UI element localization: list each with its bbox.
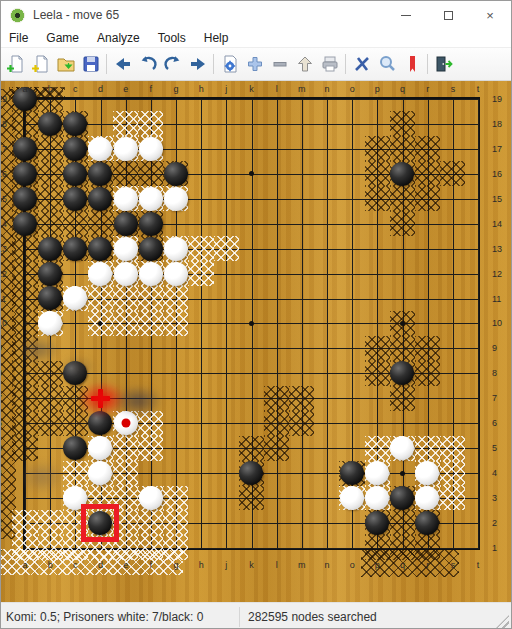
open-game-button[interactable] — [53, 51, 78, 77]
board-cell-n10[interactable] — [314, 311, 339, 336]
menu-file[interactable]: File — [1, 31, 37, 45]
board-cell-j9[interactable] — [214, 336, 239, 361]
board-cell-f17[interactable] — [138, 136, 163, 161]
board-cell-h1[interactable] — [188, 535, 213, 560]
board-cell-l3[interactable] — [264, 486, 289, 511]
board-cell-q5[interactable] — [390, 436, 415, 461]
board-cell-c13[interactable] — [63, 236, 88, 261]
board-cell-h17[interactable] — [188, 136, 213, 161]
board-cell-g5[interactable] — [163, 436, 188, 461]
board-cell-g10[interactable] — [163, 311, 188, 336]
board-cell-a16[interactable] — [12, 161, 37, 186]
board-cell-b15[interactable] — [38, 186, 63, 211]
board-cell-l11[interactable] — [264, 286, 289, 311]
menu-game[interactable]: Game — [37, 31, 88, 45]
board-cell-o8[interactable] — [339, 361, 364, 386]
board-cell-p5[interactable] — [365, 436, 390, 461]
board-cell-r2[interactable] — [415, 510, 440, 535]
board-cell-k2[interactable] — [239, 510, 264, 535]
board-cell-q2[interactable] — [390, 510, 415, 535]
board-cell-a11[interactable] — [12, 286, 37, 311]
board-cell-j11[interactable] — [214, 286, 239, 311]
board-cell-e18[interactable] — [113, 111, 138, 136]
board-cell-q18[interactable] — [390, 111, 415, 136]
board-cell-s17[interactable] — [440, 136, 465, 161]
board-cell-n12[interactable] — [314, 261, 339, 286]
board-cell-s18[interactable] — [440, 111, 465, 136]
board-cell-c10[interactable] — [63, 311, 88, 336]
board-cell-r10[interactable] — [415, 311, 440, 336]
board-cell-m6[interactable] — [289, 411, 314, 436]
board-cell-b16[interactable] — [38, 161, 63, 186]
board-cell-r15[interactable] — [415, 186, 440, 211]
board-cell-a17[interactable] — [12, 136, 37, 161]
board-cell-s5[interactable] — [440, 436, 465, 461]
decrease-button[interactable] — [267, 51, 292, 77]
board-cell-g11[interactable] — [163, 286, 188, 311]
board-cell-r13[interactable] — [415, 236, 440, 261]
board-cell-s1[interactable] — [440, 535, 465, 560]
board-cell-o16[interactable] — [339, 161, 364, 186]
board-cell-c18[interactable] — [63, 111, 88, 136]
board-cell-t4[interactable] — [465, 461, 490, 486]
board-cell-j16[interactable] — [214, 161, 239, 186]
board-cell-e17[interactable] — [113, 136, 138, 161]
board-cell-a12[interactable] — [12, 261, 37, 286]
board-cell-d5[interactable] — [88, 436, 113, 461]
board-cell-p6[interactable] — [365, 411, 390, 436]
board-cell-m14[interactable] — [289, 211, 314, 236]
board-cell-t16[interactable] — [465, 161, 490, 186]
board-cell-n17[interactable] — [314, 136, 339, 161]
board-cell-s4[interactable] — [440, 461, 465, 486]
board-cell-g13[interactable] — [163, 236, 188, 261]
board-cell-q11[interactable] — [390, 286, 415, 311]
board-cell-o3[interactable] — [339, 486, 364, 511]
board-cell-n14[interactable] — [314, 211, 339, 236]
board-cell-h16[interactable] — [188, 161, 213, 186]
board-cell-n4[interactable] — [314, 461, 339, 486]
board-cell-g2[interactable] — [163, 510, 188, 535]
go-to-end-button[interactable] — [185, 51, 210, 77]
board-cell-s11[interactable] — [440, 286, 465, 311]
board-cell-l12[interactable] — [264, 261, 289, 286]
board-cell-h18[interactable] — [188, 111, 213, 136]
board-cell-j17[interactable] — [214, 136, 239, 161]
board-cell-k5[interactable] — [239, 436, 264, 461]
board-cell-s3[interactable] — [440, 486, 465, 511]
board-cell-t17[interactable] — [465, 136, 490, 161]
board-cell-m1[interactable] — [289, 535, 314, 560]
board-cell-g9[interactable] — [163, 336, 188, 361]
board-cell-o6[interactable] — [339, 411, 364, 436]
board-cell-j7[interactable] — [214, 386, 239, 411]
board-cell-b6[interactable] — [38, 411, 63, 436]
analyze-button[interactable] — [217, 51, 242, 77]
board-cell-h15[interactable] — [188, 186, 213, 211]
board-cell-q8[interactable] — [390, 361, 415, 386]
board-cell-d16[interactable] — [88, 161, 113, 186]
board-cell-h4[interactable] — [188, 461, 213, 486]
board-cell-f11[interactable] — [138, 286, 163, 311]
board-cell-b12[interactable] — [38, 261, 63, 286]
board-cell-f16[interactable] — [138, 161, 163, 186]
board-cell-k17[interactable] — [239, 136, 264, 161]
board-cell-e13[interactable] — [113, 236, 138, 261]
board-cell-q7[interactable] — [390, 386, 415, 411]
board-cell-c12[interactable] — [63, 261, 88, 286]
board-cell-r14[interactable] — [415, 211, 440, 236]
board-cell-d15[interactable] — [88, 186, 113, 211]
board-cell-m12[interactable] — [289, 261, 314, 286]
board-cell-h14[interactable] — [188, 211, 213, 236]
board-cell-k11[interactable] — [239, 286, 264, 311]
board-cell-a13[interactable] — [12, 236, 37, 261]
board-cell-j14[interactable] — [214, 211, 239, 236]
board-cell-t14[interactable] — [465, 211, 490, 236]
board-cell-m5[interactable] — [289, 436, 314, 461]
board-cell-e16[interactable] — [113, 161, 138, 186]
menu-help[interactable]: Help — [195, 31, 238, 45]
board-cell-d17[interactable] — [88, 136, 113, 161]
board-cell-g8[interactable] — [163, 361, 188, 386]
board-cell-f14[interactable] — [138, 211, 163, 236]
board-cell-t7[interactable] — [465, 386, 490, 411]
board-cell-h7[interactable] — [188, 386, 213, 411]
board-cell-j4[interactable] — [214, 461, 239, 486]
board-cell-h5[interactable] — [188, 436, 213, 461]
board-cell-e5[interactable] — [113, 436, 138, 461]
board-cell-p9[interactable] — [365, 336, 390, 361]
board-cell-o13[interactable] — [339, 236, 364, 261]
board-cell-s15[interactable] — [440, 186, 465, 211]
board-cell-d13[interactable] — [88, 236, 113, 261]
board-cell-j3[interactable] — [214, 486, 239, 511]
board-cell-p4[interactable] — [365, 461, 390, 486]
board-cell-j15[interactable] — [214, 186, 239, 211]
board-cell-f9[interactable] — [138, 336, 163, 361]
board-cell-r17[interactable] — [415, 136, 440, 161]
board-cell-p18[interactable] — [365, 111, 390, 136]
board-cell-n9[interactable] — [314, 336, 339, 361]
board-cell-s9[interactable] — [440, 336, 465, 361]
board-cell-q10[interactable] — [390, 311, 415, 336]
board-cell-c16[interactable] — [63, 161, 88, 186]
board-cell-c11[interactable] — [63, 286, 88, 311]
board-cell-p16[interactable] — [365, 161, 390, 186]
board-cell-m10[interactable] — [289, 311, 314, 336]
board-cell-p12[interactable] — [365, 261, 390, 286]
board-cell-k13[interactable] — [239, 236, 264, 261]
board-cell-n13[interactable] — [314, 236, 339, 261]
board-cell-j8[interactable] — [214, 361, 239, 386]
board-cell-s2[interactable] — [440, 510, 465, 535]
board-cell-p11[interactable] — [365, 286, 390, 311]
board-cell-k8[interactable] — [239, 361, 264, 386]
board-cell-n5[interactable] — [314, 436, 339, 461]
board-cell-l7[interactable] — [264, 386, 289, 411]
board-cell-t10[interactable] — [465, 311, 490, 336]
board-cell-d12[interactable] — [88, 261, 113, 286]
board-cell-h6[interactable] — [188, 411, 213, 436]
board-cell-o4[interactable] — [339, 461, 364, 486]
board-cell-p3[interactable] — [365, 486, 390, 511]
board-cell-d18[interactable] — [88, 111, 113, 136]
board-cell-j12[interactable] — [214, 261, 239, 286]
board-cell-l10[interactable] — [264, 311, 289, 336]
minimize-button[interactable] — [385, 1, 427, 29]
board-cell-o10[interactable] — [339, 311, 364, 336]
board-cell-l6[interactable] — [264, 411, 289, 436]
new-rated-game-button[interactable] — [28, 51, 53, 77]
board-cell-f1[interactable] — [138, 535, 163, 560]
board-cell-m3[interactable] — [289, 486, 314, 511]
board-cell-q15[interactable] — [390, 186, 415, 211]
board-cell-o9[interactable] — [339, 336, 364, 361]
board-cell-f4[interactable] — [138, 461, 163, 486]
board-cell-l5[interactable] — [264, 436, 289, 461]
board-cell-t13[interactable] — [465, 236, 490, 261]
board-cell-l2[interactable] — [264, 510, 289, 535]
board-cell-g14[interactable] — [163, 211, 188, 236]
board-cell-k6[interactable] — [239, 411, 264, 436]
resign-button[interactable] — [349, 51, 374, 77]
board-cell-g18[interactable] — [163, 111, 188, 136]
board-cell-l14[interactable] — [264, 211, 289, 236]
board-cell-k7[interactable] — [239, 386, 264, 411]
board-cell-k12[interactable] — [239, 261, 264, 286]
board-cell-q4[interactable] — [390, 461, 415, 486]
board-cell-b18[interactable] — [38, 111, 63, 136]
zoom-button[interactable] — [374, 51, 399, 77]
menu-analyze[interactable]: Analyze — [88, 31, 149, 45]
board-cell-s16[interactable] — [440, 161, 465, 186]
board-cell-j2[interactable] — [214, 510, 239, 535]
board-cell-b17[interactable] — [38, 136, 63, 161]
board-cell-r1[interactable] — [415, 535, 440, 560]
board-cell-g17[interactable] — [163, 136, 188, 161]
board-cell-o11[interactable] — [339, 286, 364, 311]
board-cell-p13[interactable] — [365, 236, 390, 261]
board-cell-k9[interactable] — [239, 336, 264, 361]
board-cell-j18[interactable] — [214, 111, 239, 136]
board-cell-r3[interactable] — [415, 486, 440, 511]
board-cell-t1[interactable] — [465, 535, 490, 560]
board-cell-s10[interactable] — [440, 311, 465, 336]
board-cell-h11[interactable] — [188, 286, 213, 311]
board-cell-b11[interactable] — [38, 286, 63, 311]
board-cell-o12[interactable] — [339, 261, 364, 286]
board-cell-h8[interactable] — [188, 361, 213, 386]
board-cell-n3[interactable] — [314, 486, 339, 511]
board-cell-r8[interactable] — [415, 361, 440, 386]
board-cell-c15[interactable] — [63, 186, 88, 211]
board-cell-h13[interactable] — [188, 236, 213, 261]
board-cell-r6[interactable] — [415, 411, 440, 436]
board-cell-q3[interactable] — [390, 486, 415, 511]
board-cell-c14[interactable] — [63, 211, 88, 236]
board-cell-r9[interactable] — [415, 336, 440, 361]
menu-tools[interactable]: Tools — [149, 31, 195, 45]
board-cell-q13[interactable] — [390, 236, 415, 261]
board-cell-m8[interactable] — [289, 361, 314, 386]
board-cell-b14[interactable] — [38, 211, 63, 236]
board-cell-f15[interactable] — [138, 186, 163, 211]
board-cell-t6[interactable] — [465, 411, 490, 436]
board-cell-k10[interactable] — [239, 311, 264, 336]
board-cell-n11[interactable] — [314, 286, 339, 311]
board-cell-s6[interactable] — [440, 411, 465, 436]
board-cell-r7[interactable] — [415, 386, 440, 411]
board-cell-n18[interactable] — [314, 111, 339, 136]
board-cell-q17[interactable] — [390, 136, 415, 161]
board-cell-o15[interactable] — [339, 186, 364, 211]
board-cell-m16[interactable] — [289, 161, 314, 186]
board-cell-a6[interactable] — [12, 411, 37, 436]
board-cell-g12[interactable] — [163, 261, 188, 286]
board-cell-m15[interactable] — [289, 186, 314, 211]
board-cell-h12[interactable] — [188, 261, 213, 286]
print-button[interactable] — [317, 51, 342, 77]
pass-button[interactable] — [292, 51, 317, 77]
board-cell-f2[interactable] — [138, 510, 163, 535]
board-cell-m4[interactable] — [289, 461, 314, 486]
board-cell-n1[interactable] — [314, 535, 339, 560]
board-cell-g15[interactable] — [163, 186, 188, 211]
board-cell-l17[interactable] — [264, 136, 289, 161]
board-cell-m13[interactable] — [289, 236, 314, 261]
board-cell-l18[interactable] — [264, 111, 289, 136]
board-cell-a18[interactable] — [12, 111, 37, 136]
board-cell-p17[interactable] — [365, 136, 390, 161]
board-cell-s14[interactable] — [440, 211, 465, 236]
board-cell-f18[interactable] — [138, 111, 163, 136]
board-cell-f10[interactable] — [138, 311, 163, 336]
board-cell-l9[interactable] — [264, 336, 289, 361]
board-cell-e14[interactable] — [113, 211, 138, 236]
board-cell-r16[interactable] — [415, 161, 440, 186]
board-cell-n6[interactable] — [314, 411, 339, 436]
board-cell-m2[interactable] — [289, 510, 314, 535]
board-cell-t9[interactable] — [465, 336, 490, 361]
board-cell-r5[interactable] — [415, 436, 440, 461]
new-game-button[interactable] — [3, 51, 28, 77]
board-cell-k14[interactable] — [239, 211, 264, 236]
go-to-start-button[interactable] — [110, 51, 135, 77]
board-cell-g6[interactable] — [163, 411, 188, 436]
board-cell-b1[interactable] — [38, 535, 63, 560]
board-cell-e10[interactable] — [113, 311, 138, 336]
board-cell-p2[interactable] — [365, 510, 390, 535]
board-cell-e12[interactable] — [113, 261, 138, 286]
board-cell-k4[interactable] — [239, 461, 264, 486]
board-cell-t8[interactable] — [465, 361, 490, 386]
board-cell-t18[interactable] — [465, 111, 490, 136]
board-cell-r11[interactable] — [415, 286, 440, 311]
board-cell-d4[interactable] — [88, 461, 113, 486]
board-cell-q1[interactable] — [390, 535, 415, 560]
board-cell-t5[interactable] — [465, 436, 490, 461]
board-cell-l8[interactable] — [264, 361, 289, 386]
board-cell-o1[interactable] — [339, 535, 364, 560]
close-button[interactable]: × — [469, 1, 511, 29]
board-cell-a14[interactable] — [12, 211, 37, 236]
board-cell-f13[interactable] — [138, 236, 163, 261]
board-cell-n7[interactable] — [314, 386, 339, 411]
resize-grip[interactable] — [496, 615, 509, 628]
board-cell-g3[interactable] — [163, 486, 188, 511]
board-cell-b7[interactable] — [38, 386, 63, 411]
board-cell-r18[interactable] — [415, 111, 440, 136]
board-cell-p1[interactable] — [365, 535, 390, 560]
board-cell-e11[interactable] — [113, 286, 138, 311]
board-cell-k18[interactable] — [239, 111, 264, 136]
board-cell-p7[interactable] — [365, 386, 390, 411]
board-cell-s12[interactable] — [440, 261, 465, 286]
board-cell-n16[interactable] — [314, 161, 339, 186]
board-cell-k1[interactable] — [239, 535, 264, 560]
board-cell-l4[interactable] — [264, 461, 289, 486]
board-cell-k3[interactable] — [239, 486, 264, 511]
board-cell-j6[interactable] — [214, 411, 239, 436]
board-cell-p8[interactable] — [365, 361, 390, 386]
board-cell-o7[interactable] — [339, 386, 364, 411]
board-cell-b13[interactable] — [38, 236, 63, 261]
undo-move-button[interactable] — [135, 51, 160, 77]
board-cell-q14[interactable] — [390, 211, 415, 236]
bookmark-button[interactable] — [399, 51, 424, 77]
board-cell-j1[interactable] — [214, 535, 239, 560]
board-cell-s13[interactable] — [440, 236, 465, 261]
board-cell-o17[interactable] — [339, 136, 364, 161]
board-cell-o5[interactable] — [339, 436, 364, 461]
board-cell-m17[interactable] — [289, 136, 314, 161]
board-cell-n2[interactable] — [314, 510, 339, 535]
board-cell-c5[interactable] — [63, 436, 88, 461]
board-cell-l16[interactable] — [264, 161, 289, 186]
board-cell-k16[interactable] — [239, 161, 264, 186]
board-cell-a15[interactable] — [12, 186, 37, 211]
exit-button[interactable] — [431, 51, 456, 77]
board-cell-t15[interactable] — [465, 186, 490, 211]
board-cell-q6[interactable] — [390, 411, 415, 436]
board-cell-t3[interactable] — [465, 486, 490, 511]
board-cell-t2[interactable] — [465, 510, 490, 535]
board-cell-h3[interactable] — [188, 486, 213, 511]
board-cell-r4[interactable] — [415, 461, 440, 486]
board-cell-n8[interactable] — [314, 361, 339, 386]
board-cell-j10[interactable] — [214, 311, 239, 336]
board-cell-s7[interactable] — [440, 386, 465, 411]
board-cell-j5[interactable] — [214, 436, 239, 461]
board-cell-t11[interactable] — [465, 286, 490, 311]
redo-move-button[interactable] — [160, 51, 185, 77]
board-cell-t12[interactable] — [465, 261, 490, 286]
board-cell-o18[interactable] — [339, 111, 364, 136]
board-cell-a2[interactable] — [12, 510, 37, 535]
board-cell-f3[interactable] — [138, 486, 163, 511]
board-cell-d10[interactable] — [88, 311, 113, 336]
board-cell-f5[interactable] — [138, 436, 163, 461]
board-cell-o2[interactable] — [339, 510, 364, 535]
board-cell-j13[interactable] — [214, 236, 239, 261]
board-cell-q9[interactable] — [390, 336, 415, 361]
board-cell-l1[interactable] — [264, 535, 289, 560]
board-cell-q16[interactable] — [390, 161, 415, 186]
board-cell-p14[interactable] — [365, 211, 390, 236]
board-cell-g16[interactable] — [163, 161, 188, 186]
board-cell-m7[interactable] — [289, 386, 314, 411]
